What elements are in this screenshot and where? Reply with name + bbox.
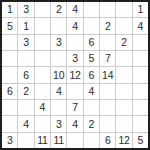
cell-r4c6[interactable]: 5	[84, 51, 99, 66]
cell-r6c5[interactable]	[67, 84, 82, 99]
cell-r4c2[interactable]	[18, 51, 33, 66]
cell-r5c3[interactable]	[35, 67, 50, 82]
cell-r9c7[interactable]: 6	[100, 133, 115, 148]
cell-r1c5[interactable]: 4	[67, 2, 82, 17]
cell-r2c5[interactable]: 4	[67, 18, 82, 33]
cell-r7c4[interactable]	[51, 100, 66, 115]
cell-r9c8[interactable]: 12	[116, 133, 131, 148]
cell-r5c9[interactable]	[133, 67, 148, 82]
cell-r4c7[interactable]: 7	[100, 51, 115, 66]
cell-r8c6[interactable]: 2	[84, 116, 99, 131]
cell-r8c1[interactable]	[2, 116, 17, 131]
cell-r2c7[interactable]: 2	[100, 18, 115, 33]
cell-r2c8[interactable]	[116, 18, 131, 33]
cell-r3c7[interactable]	[100, 35, 115, 50]
cell-r6c2[interactable]: 2	[18, 84, 33, 99]
cell-r3c6[interactable]: 6	[84, 35, 99, 50]
cell-r3c1[interactable]	[2, 35, 17, 50]
cell-r6c8[interactable]	[116, 84, 131, 99]
cell-r9c2[interactable]	[18, 133, 33, 148]
cell-r9c4[interactable]: 11	[51, 133, 66, 148]
cell-r5c4[interactable]: 10	[51, 67, 66, 82]
cell-r7c5[interactable]: 7	[67, 100, 82, 115]
cell-r8c7[interactable]	[100, 116, 115, 131]
cell-r6c7[interactable]	[100, 84, 115, 99]
cell-r3c9[interactable]	[133, 35, 148, 50]
cell-r9c3[interactable]: 11	[35, 133, 50, 148]
cell-r8c5[interactable]: 4	[67, 116, 82, 131]
cell-r9c1[interactable]: 3	[2, 133, 17, 148]
cell-r7c1[interactable]	[2, 100, 17, 115]
cell-r4c5[interactable]: 3	[67, 51, 82, 66]
cell-r7c8[interactable]	[116, 100, 131, 115]
cell-r5c5[interactable]: 12	[67, 67, 82, 82]
cell-r6c6[interactable]: 4	[84, 84, 99, 99]
cell-r4c4[interactable]	[51, 51, 66, 66]
cell-r2c2[interactable]: 1	[18, 18, 33, 33]
cell-r4c8[interactable]	[116, 51, 131, 66]
cell-r8c9[interactable]	[133, 116, 148, 131]
cell-r1c8[interactable]	[116, 2, 131, 17]
cell-r1c9[interactable]: 1	[133, 2, 148, 17]
cell-r1c1[interactable]: 1	[2, 2, 17, 17]
cell-r1c2[interactable]: 3	[18, 2, 33, 17]
cell-r4c9[interactable]	[133, 51, 148, 66]
cell-r3c3[interactable]	[35, 35, 50, 50]
cell-r7c9[interactable]	[133, 100, 148, 115]
cell-r5c6[interactable]: 6	[84, 67, 99, 82]
cell-r5c8[interactable]	[116, 67, 131, 82]
cell-r2c6[interactable]	[84, 18, 99, 33]
cell-r9c9[interactable]: 5	[133, 133, 148, 148]
cell-r6c4[interactable]: 4	[51, 84, 66, 99]
cell-r4c1[interactable]	[2, 51, 17, 66]
cell-r1c4[interactable]: 2	[51, 2, 66, 17]
puzzle-board: 1324151424336235761012614624447434231111…	[0, 0, 150, 150]
cell-r3c2[interactable]: 3	[18, 35, 33, 50]
cell-r7c2[interactable]	[18, 100, 33, 115]
cell-r2c3[interactable]	[35, 18, 50, 33]
cell-r8c3[interactable]	[35, 116, 50, 131]
cell-r3c5[interactable]	[67, 35, 82, 50]
cell-r9c5[interactable]	[67, 133, 82, 148]
cell-r4c3[interactable]	[35, 51, 50, 66]
cell-r6c3[interactable]	[35, 84, 50, 99]
cell-r5c2[interactable]: 6	[18, 67, 33, 82]
cell-r2c9[interactable]: 4	[133, 18, 148, 33]
cell-r7c3[interactable]: 4	[35, 100, 50, 115]
cell-r3c4[interactable]: 3	[51, 35, 66, 50]
cell-r6c9[interactable]	[133, 84, 148, 99]
cell-r9c6[interactable]	[84, 133, 99, 148]
cell-r8c4[interactable]: 3	[51, 116, 66, 131]
cell-r8c2[interactable]: 4	[18, 116, 33, 131]
cell-r2c4[interactable]	[51, 18, 66, 33]
cell-r3c8[interactable]: 2	[116, 35, 131, 50]
cell-r7c7[interactable]	[100, 100, 115, 115]
cell-r1c3[interactable]	[35, 2, 50, 17]
cell-r1c6[interactable]	[84, 2, 99, 17]
cell-r1c7[interactable]	[100, 2, 115, 17]
cell-r7c6[interactable]	[84, 100, 99, 115]
cell-r5c7[interactable]: 14	[100, 67, 115, 82]
cell-r5c1[interactable]	[2, 67, 17, 82]
cell-r8c8[interactable]	[116, 116, 131, 131]
cell-r2c1[interactable]: 5	[2, 18, 17, 33]
cell-r6c1[interactable]: 6	[2, 84, 17, 99]
